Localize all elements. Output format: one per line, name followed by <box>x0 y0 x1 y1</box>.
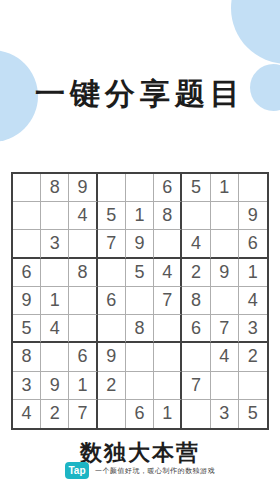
sudoku-cell-r6c7: 6 <box>182 315 210 343</box>
sudoku-cell-r9c4 <box>98 400 126 428</box>
sudoku-cell-r2c1 <box>13 202 41 230</box>
sudoku-cell-r7c6 <box>154 343 182 371</box>
sudoku-cell-r7c4: 9 <box>98 343 126 371</box>
sudoku-cell-r3c8 <box>211 230 239 258</box>
sudoku-cell-r8c6 <box>154 372 182 400</box>
sudoku-cell-r2c9: 9 <box>239 202 267 230</box>
sudoku-cell-r1c2: 8 <box>41 174 69 202</box>
app-slogan: 一个颜值好玩，暖心制作的数独游戏 <box>95 466 215 476</box>
sudoku-cell-r9c2: 2 <box>41 400 69 428</box>
sudoku-cell-r6c1: 5 <box>13 315 41 343</box>
sudoku-cell-r8c4: 2 <box>98 372 126 400</box>
sudoku-cell-r1c1 <box>13 174 41 202</box>
sudoku-cell-r4c1: 6 <box>13 259 41 287</box>
sudoku-cell-r7c5 <box>126 343 154 371</box>
sudoku-cell-r6c2: 4 <box>41 315 69 343</box>
sudoku-cell-r3c3 <box>69 230 97 258</box>
sudoku-cell-r3c2: 3 <box>41 230 69 258</box>
sudoku-cell-r4c5: 5 <box>126 259 154 287</box>
sudoku-cell-r4c4 <box>98 259 126 287</box>
sudoku-cell-r5c3 <box>69 287 97 315</box>
sudoku-cell-r3c1 <box>13 230 41 258</box>
sudoku-cell-r5c8 <box>211 287 239 315</box>
sudoku-cell-r1c7: 5 <box>182 174 210 202</box>
sudoku-cell-r4c2 <box>41 259 69 287</box>
sudoku-cell-r8c2: 9 <box>41 372 69 400</box>
sudoku-cell-r5c7: 8 <box>182 287 210 315</box>
sudoku-cell-r6c9: 3 <box>239 315 267 343</box>
sudoku-cell-r3c9: 6 <box>239 230 267 258</box>
sudoku-cell-r2c3: 4 <box>69 202 97 230</box>
sudoku-cell-r8c9 <box>239 372 267 400</box>
sudoku-cell-r6c6 <box>154 315 182 343</box>
sudoku-cell-r3c7: 4 <box>182 230 210 258</box>
sudoku-cell-r9c8: 3 <box>211 400 239 428</box>
sudoku-cell-r1c5 <box>126 174 154 202</box>
taptap-logo-icon: Tap <box>65 462 89 479</box>
sudoku-cell-r4c9: 1 <box>239 259 267 287</box>
sudoku-cell-r1c9 <box>239 174 267 202</box>
sudoku-cell-r7c9: 2 <box>239 343 267 371</box>
sudoku-cell-r8c1: 3 <box>13 372 41 400</box>
sudoku-cell-r8c8 <box>211 372 239 400</box>
sudoku-cell-r3c4: 7 <box>98 230 126 258</box>
sudoku-cell-r4c3: 8 <box>69 259 97 287</box>
sudoku-cell-r9c1: 4 <box>13 400 41 428</box>
sudoku-cell-r4c6: 4 <box>154 259 182 287</box>
sudoku-cell-r7c2 <box>41 343 69 371</box>
page-title: 一键分享题目 <box>0 74 280 115</box>
sudoku-cell-r4c8: 9 <box>211 259 239 287</box>
sudoku-cell-r2c2 <box>41 202 69 230</box>
share-card: 一键分享题目 896514518937946685429191678454867… <box>0 0 280 490</box>
sudoku-cell-r7c8: 4 <box>211 343 239 371</box>
sudoku-cell-r2c7 <box>182 202 210 230</box>
sudoku-cell-r9c9: 5 <box>239 400 267 428</box>
sudoku-cell-r8c7: 7 <box>182 372 210 400</box>
sudoku-cell-r1c3: 9 <box>69 174 97 202</box>
sudoku-cell-r3c5: 9 <box>126 230 154 258</box>
sudoku-cell-r6c4 <box>98 315 126 343</box>
sudoku-cell-r1c6: 6 <box>154 174 182 202</box>
sudoku-cell-r6c5: 8 <box>126 315 154 343</box>
sudoku-cell-r6c8: 7 <box>211 315 239 343</box>
sudoku-cell-r9c6: 1 <box>154 400 182 428</box>
sudoku-cell-r9c7 <box>182 400 210 428</box>
sudoku-cell-r5c4: 6 <box>98 287 126 315</box>
sudoku-cell-r6c3 <box>69 315 97 343</box>
sudoku-cell-r5c2: 1 <box>41 287 69 315</box>
sudoku-cell-r2c6: 8 <box>154 202 182 230</box>
sudoku-cell-r5c1: 9 <box>13 287 41 315</box>
sudoku-cell-r9c3: 7 <box>69 400 97 428</box>
sudoku-cell-r8c5 <box>126 372 154 400</box>
sudoku-cell-r5c9: 4 <box>239 287 267 315</box>
sudoku-cell-r4c7: 2 <box>182 259 210 287</box>
sudoku-cell-r8c3: 1 <box>69 372 97 400</box>
sudoku-cell-r7c1: 8 <box>13 343 41 371</box>
sudoku-cell-r1c4 <box>98 174 126 202</box>
sudoku-cell-r1c8: 1 <box>211 174 239 202</box>
sudoku-cell-r2c8 <box>211 202 239 230</box>
brand-row: Tap 一个颜值好玩，暖心制作的数独游戏 <box>0 462 280 479</box>
decor-circle-top-right <box>231 0 280 64</box>
sudoku-cell-r9c5: 6 <box>126 400 154 428</box>
sudoku-cell-r5c5 <box>126 287 154 315</box>
sudoku-cell-r7c7 <box>182 343 210 371</box>
sudoku-cell-r7c3: 6 <box>69 343 97 371</box>
sudoku-grid: 8965145189379466854291916784548673869423… <box>11 172 269 430</box>
sudoku-cell-r3c6 <box>154 230 182 258</box>
sudoku-cell-r5c6: 7 <box>154 287 182 315</box>
sudoku-cell-r2c5: 1 <box>126 202 154 230</box>
sudoku-cell-r2c4: 5 <box>98 202 126 230</box>
